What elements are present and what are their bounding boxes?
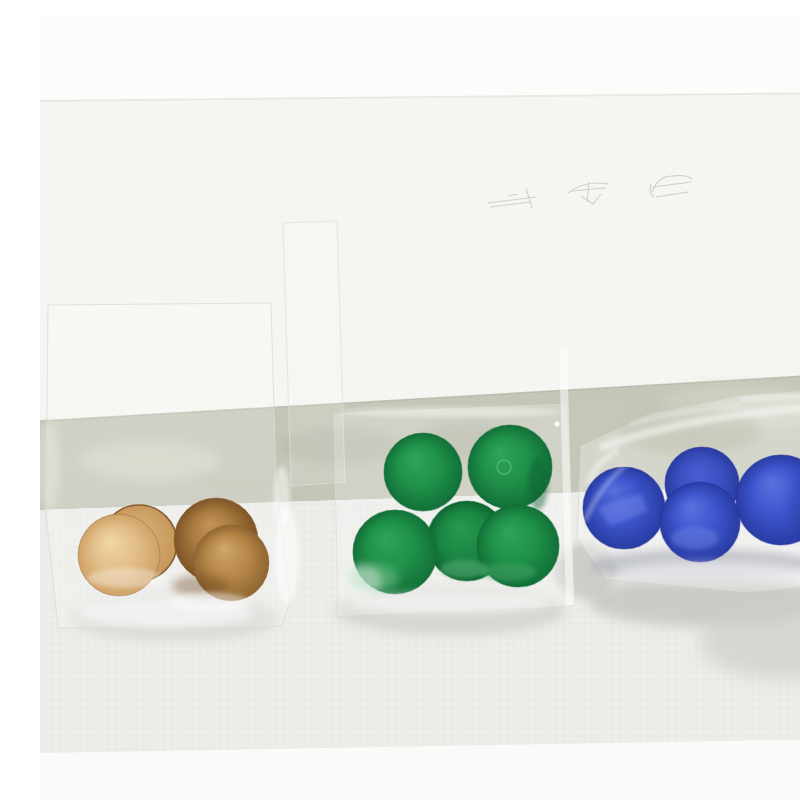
middle-bag-bubble-dot: [555, 422, 560, 427]
green-disc-right-crescent-shadow: [528, 458, 548, 510]
product-photo: [40, 16, 800, 800]
right-bag-bottom-crinkle: [617, 562, 800, 584]
left-bag-highlight-over-tan: [87, 568, 163, 588]
left-bag-edge-sheen-2: [274, 466, 290, 526]
green-bag-sheen-bottom-mid: [440, 560, 488, 578]
middle-bag-fold-highlight: [342, 565, 382, 597]
left-bag-highlight-low: [170, 592, 250, 612]
middle-bag-top-sheen: [340, 407, 560, 417]
photo-canvas: [40, 16, 800, 800]
blue-disc-front-middle: [660, 482, 740, 562]
green-disc-top-left: [384, 433, 462, 511]
green-bag-sheen-bottom-right: [480, 563, 536, 581]
blue-middle-bottom-highlight: [671, 527, 719, 549]
middle-bag-bottom-crinkle: [350, 592, 550, 614]
